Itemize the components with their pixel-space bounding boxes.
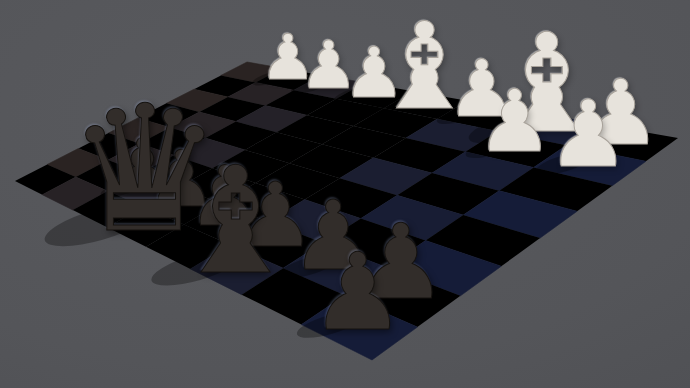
black-bishop[interactable]: ♝ xyxy=(170,148,302,295)
render-canvas: ♟♟♟♝♟♝♟♟♟♟♟♟♛♟♟♝♟♟ xyxy=(0,0,690,388)
black-pawn[interactable]: ♟ xyxy=(310,238,405,344)
white-pawn[interactable]: ♟ xyxy=(476,78,553,164)
white-pawn[interactable]: ♟ xyxy=(547,89,630,181)
